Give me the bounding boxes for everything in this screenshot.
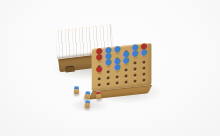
loose-peg-red[interactable]	[95, 91, 101, 100]
empty-hole	[134, 61, 137, 64]
empty-hole	[116, 81, 119, 84]
empty-hole	[125, 68, 128, 71]
empty-hole	[142, 60, 145, 63]
box-finger-notch	[65, 65, 75, 72]
red-peg-cap: ●	[95, 53, 104, 62]
hole-r5c4[interactable]	[131, 77, 140, 84]
empty-hole	[142, 66, 145, 69]
blue-peg-cap: ●	[104, 58, 113, 67]
empty-hole	[116, 75, 119, 78]
empty-hole	[98, 77, 101, 80]
blue-peg-cap: ●	[113, 45, 122, 54]
hole-r5c1[interactable]	[104, 80, 113, 87]
peg-board-grid: ●●●●●●●●●●●●●●●	[92, 43, 152, 92]
empty-hole	[134, 73, 137, 76]
empty-hole	[142, 72, 145, 75]
empty-hole	[107, 76, 110, 79]
hole-r5c5[interactable]	[139, 76, 148, 83]
product-photo-scene: ●●●●●●●●●●●●●●●	[0, 0, 220, 136]
red-peg-cap: ●	[95, 65, 104, 74]
hole-r5c2[interactable]	[113, 79, 122, 86]
blue-peg-cap: ●	[139, 48, 148, 57]
empty-hole	[134, 67, 137, 70]
empty-hole	[134, 79, 137, 82]
empty-hole	[125, 74, 128, 77]
empty-hole	[98, 83, 101, 86]
loose-peg-blue[interactable]	[85, 100, 91, 108]
blue-peg-cap: ●	[131, 49, 140, 58]
empty-hole	[125, 80, 128, 83]
hole-r5c0[interactable]	[95, 81, 104, 88]
hole-r5c3[interactable]	[122, 78, 131, 85]
blue-peg-cap: ●	[113, 63, 122, 72]
empty-hole	[107, 82, 110, 85]
empty-hole	[142, 78, 145, 81]
empty-hole	[107, 70, 110, 73]
loose-peg-blue[interactable]	[74, 86, 79, 94]
blue-peg-cap: ●	[122, 56, 131, 65]
